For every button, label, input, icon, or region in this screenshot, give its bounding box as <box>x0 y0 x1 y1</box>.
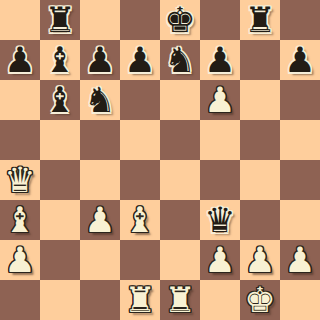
black-pawn[interactable]: ♟ <box>204 43 235 78</box>
white-pawn[interactable]: ♟ <box>284 243 315 278</box>
white-pawn[interactable]: ♟ <box>244 243 275 278</box>
square-c4[interactable] <box>80 160 120 200</box>
square-c2[interactable] <box>80 240 120 280</box>
black-knight[interactable]: ♞ <box>164 43 195 78</box>
black-king[interactable]: ♚ <box>164 3 195 38</box>
square-b5[interactable] <box>40 120 80 160</box>
square-a4[interactable]: ♛ <box>0 160 40 200</box>
square-a8[interactable] <box>0 0 40 40</box>
black-bishop[interactable]: ♝ <box>44 83 75 118</box>
square-g5[interactable] <box>240 120 280 160</box>
square-b1[interactable] <box>40 280 80 320</box>
square-h6[interactable] <box>280 80 320 120</box>
square-c8[interactable] <box>80 0 120 40</box>
black-rook[interactable]: ♜ <box>244 3 275 38</box>
black-queen[interactable]: ♛ <box>204 203 235 238</box>
square-g1[interactable]: ♚ <box>240 280 280 320</box>
square-b3[interactable] <box>40 200 80 240</box>
black-pawn[interactable]: ♟ <box>124 43 155 78</box>
white-pawn[interactable]: ♟ <box>204 83 235 118</box>
white-bishop[interactable]: ♝ <box>4 203 35 238</box>
square-h7[interactable]: ♟ <box>280 40 320 80</box>
square-b6[interactable]: ♝ <box>40 80 80 120</box>
black-pawn[interactable]: ♟ <box>84 43 115 78</box>
square-d8[interactable] <box>120 0 160 40</box>
square-h1[interactable] <box>280 280 320 320</box>
square-b7[interactable]: ♝ <box>40 40 80 80</box>
black-pawn[interactable]: ♟ <box>4 43 35 78</box>
white-rook[interactable]: ♜ <box>124 283 155 318</box>
square-f5[interactable] <box>200 120 240 160</box>
square-g3[interactable] <box>240 200 280 240</box>
square-g7[interactable] <box>240 40 280 80</box>
white-pawn[interactable]: ♟ <box>204 243 235 278</box>
square-e4[interactable] <box>160 160 200 200</box>
square-a5[interactable] <box>0 120 40 160</box>
square-a2[interactable]: ♟ <box>0 240 40 280</box>
square-f6[interactable]: ♟ <box>200 80 240 120</box>
black-pawn[interactable]: ♟ <box>284 43 315 78</box>
square-f1[interactable] <box>200 280 240 320</box>
square-e3[interactable] <box>160 200 200 240</box>
white-bishop[interactable]: ♝ <box>124 203 155 238</box>
square-d4[interactable] <box>120 160 160 200</box>
square-c1[interactable] <box>80 280 120 320</box>
white-queen[interactable]: ♛ <box>4 163 35 198</box>
square-a6[interactable] <box>0 80 40 120</box>
black-knight[interactable]: ♞ <box>84 83 115 118</box>
square-e5[interactable] <box>160 120 200 160</box>
square-d2[interactable] <box>120 240 160 280</box>
square-d5[interactable] <box>120 120 160 160</box>
square-f8[interactable] <box>200 0 240 40</box>
chess-board: ♜♚♜♟♝♟♟♞♟♟♝♞♟♛♝♟♝♛♟♟♟♟♜♜♚ <box>0 0 320 320</box>
square-c6[interactable]: ♞ <box>80 80 120 120</box>
square-e7[interactable]: ♞ <box>160 40 200 80</box>
square-h2[interactable]: ♟ <box>280 240 320 280</box>
white-pawn[interactable]: ♟ <box>84 203 115 238</box>
square-e6[interactable] <box>160 80 200 120</box>
square-c3[interactable]: ♟ <box>80 200 120 240</box>
black-rook[interactable]: ♜ <box>44 3 75 38</box>
white-rook[interactable]: ♜ <box>164 283 195 318</box>
square-b4[interactable] <box>40 160 80 200</box>
square-d6[interactable] <box>120 80 160 120</box>
square-f2[interactable]: ♟ <box>200 240 240 280</box>
square-e1[interactable]: ♜ <box>160 280 200 320</box>
square-f4[interactable] <box>200 160 240 200</box>
square-h3[interactable] <box>280 200 320 240</box>
square-f3[interactable]: ♛ <box>200 200 240 240</box>
square-b8[interactable]: ♜ <box>40 0 80 40</box>
black-bishop[interactable]: ♝ <box>44 43 75 78</box>
square-g2[interactable]: ♟ <box>240 240 280 280</box>
square-h8[interactable] <box>280 0 320 40</box>
square-e2[interactable] <box>160 240 200 280</box>
white-pawn[interactable]: ♟ <box>4 243 35 278</box>
square-e8[interactable]: ♚ <box>160 0 200 40</box>
square-d1[interactable]: ♜ <box>120 280 160 320</box>
square-c7[interactable]: ♟ <box>80 40 120 80</box>
square-a1[interactable] <box>0 280 40 320</box>
square-h4[interactable] <box>280 160 320 200</box>
square-c5[interactable] <box>80 120 120 160</box>
square-b2[interactable] <box>40 240 80 280</box>
square-a3[interactable]: ♝ <box>0 200 40 240</box>
square-g8[interactable]: ♜ <box>240 0 280 40</box>
square-d3[interactable]: ♝ <box>120 200 160 240</box>
square-g6[interactable] <box>240 80 280 120</box>
square-d7[interactable]: ♟ <box>120 40 160 80</box>
square-g4[interactable] <box>240 160 280 200</box>
white-king[interactable]: ♚ <box>244 283 275 318</box>
square-h5[interactable] <box>280 120 320 160</box>
square-f7[interactable]: ♟ <box>200 40 240 80</box>
square-a7[interactable]: ♟ <box>0 40 40 80</box>
